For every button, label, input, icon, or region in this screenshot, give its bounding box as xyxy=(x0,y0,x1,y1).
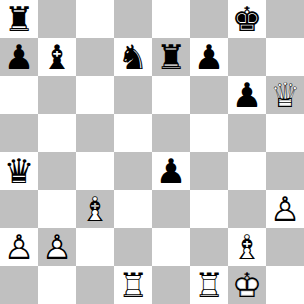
square-c1[interactable] xyxy=(76,266,114,304)
square-h1[interactable] xyxy=(266,266,304,304)
square-e8[interactable] xyxy=(152,0,190,38)
square-a1[interactable] xyxy=(0,266,38,304)
black-rook[interactable]: ♜ xyxy=(152,38,190,76)
square-d7[interactable]: ♞ xyxy=(114,38,152,76)
square-c6[interactable] xyxy=(76,76,114,114)
square-f5[interactable] xyxy=(190,114,228,152)
black-rook[interactable]: ♜ xyxy=(0,0,38,38)
black-pawn-glyph: ♟ xyxy=(190,38,228,76)
white-rook[interactable]: ♜♖ xyxy=(114,266,152,304)
black-king[interactable]: ♚ xyxy=(228,0,266,38)
black-pawn-glyph: ♟ xyxy=(152,152,190,190)
white-bishop-outline: ♗ xyxy=(76,190,114,228)
square-e4[interactable]: ♟ xyxy=(152,152,190,190)
square-f8[interactable] xyxy=(190,0,228,38)
black-pawn[interactable]: ♟ xyxy=(0,38,38,76)
white-rook-outline: ♖ xyxy=(190,266,228,304)
black-queen-glyph: ♛ xyxy=(0,152,38,190)
white-king-outline: ♔ xyxy=(228,266,266,304)
white-king[interactable]: ♚♔ xyxy=(228,266,266,304)
square-f6[interactable] xyxy=(190,76,228,114)
square-h5[interactable] xyxy=(266,114,304,152)
square-b7[interactable]: ♝ xyxy=(38,38,76,76)
black-pawn[interactable]: ♟ xyxy=(228,76,266,114)
square-c8[interactable] xyxy=(76,0,114,38)
square-g1[interactable]: ♚♔ xyxy=(228,266,266,304)
black-pawn[interactable]: ♟ xyxy=(152,152,190,190)
square-a2[interactable]: ♟♙ xyxy=(0,228,38,266)
square-b8[interactable] xyxy=(38,0,76,38)
square-f7[interactable]: ♟ xyxy=(190,38,228,76)
square-e1[interactable] xyxy=(152,266,190,304)
square-b5[interactable] xyxy=(38,114,76,152)
square-h4[interactable] xyxy=(266,152,304,190)
black-king-glyph: ♚ xyxy=(228,0,266,38)
black-knight[interactable]: ♞ xyxy=(114,38,152,76)
square-d3[interactable] xyxy=(114,190,152,228)
white-pawn-outline: ♙ xyxy=(266,190,304,228)
square-e2[interactable] xyxy=(152,228,190,266)
black-pawn-glyph: ♟ xyxy=(0,38,38,76)
square-h6[interactable]: ♛♕ xyxy=(266,76,304,114)
square-d5[interactable] xyxy=(114,114,152,152)
square-c4[interactable] xyxy=(76,152,114,190)
chess-board: ♜♚♟♝♞♜♟♟♛♕♛♟♝♗♟♙♟♙♟♙♝♗♜♖♜♖♚♔ xyxy=(0,0,304,304)
square-d8[interactable] xyxy=(114,0,152,38)
black-rook-glyph: ♜ xyxy=(0,0,38,38)
square-d4[interactable] xyxy=(114,152,152,190)
white-bishop[interactable]: ♝♗ xyxy=(76,190,114,228)
square-c5[interactable] xyxy=(76,114,114,152)
white-pawn[interactable]: ♟♙ xyxy=(266,190,304,228)
square-h7[interactable] xyxy=(266,38,304,76)
square-c3[interactable]: ♝♗ xyxy=(76,190,114,228)
black-pawn[interactable]: ♟ xyxy=(190,38,228,76)
square-c7[interactable] xyxy=(76,38,114,76)
square-b1[interactable] xyxy=(38,266,76,304)
black-pawn-glyph: ♟ xyxy=(228,76,266,114)
black-rook-glyph: ♜ xyxy=(152,38,190,76)
white-queen-outline: ♕ xyxy=(266,76,304,114)
white-pawn[interactable]: ♟♙ xyxy=(0,228,38,266)
white-pawn-outline: ♙ xyxy=(0,228,38,266)
black-bishop[interactable]: ♝ xyxy=(38,38,76,76)
square-e5[interactable] xyxy=(152,114,190,152)
square-g5[interactable] xyxy=(228,114,266,152)
white-pawn[interactable]: ♟♙ xyxy=(38,228,76,266)
white-bishop[interactable]: ♝♗ xyxy=(228,228,266,266)
square-c2[interactable] xyxy=(76,228,114,266)
square-g8[interactable]: ♚ xyxy=(228,0,266,38)
square-a5[interactable] xyxy=(0,114,38,152)
square-a4[interactable]: ♛ xyxy=(0,152,38,190)
square-b3[interactable] xyxy=(38,190,76,228)
white-rook[interactable]: ♜♖ xyxy=(190,266,228,304)
square-f2[interactable] xyxy=(190,228,228,266)
black-bishop-glyph: ♝ xyxy=(38,38,76,76)
square-a7[interactable]: ♟ xyxy=(0,38,38,76)
square-d1[interactable]: ♜♖ xyxy=(114,266,152,304)
square-b4[interactable] xyxy=(38,152,76,190)
black-knight-glyph: ♞ xyxy=(114,38,152,76)
square-a8[interactable]: ♜ xyxy=(0,0,38,38)
square-e7[interactable]: ♜ xyxy=(152,38,190,76)
white-rook-outline: ♖ xyxy=(114,266,152,304)
square-d6[interactable] xyxy=(114,76,152,114)
square-g7[interactable] xyxy=(228,38,266,76)
square-e3[interactable] xyxy=(152,190,190,228)
white-queen[interactable]: ♛♕ xyxy=(266,76,304,114)
square-g3[interactable] xyxy=(228,190,266,228)
square-b2[interactable]: ♟♙ xyxy=(38,228,76,266)
square-d2[interactable] xyxy=(114,228,152,266)
square-g4[interactable] xyxy=(228,152,266,190)
square-h2[interactable] xyxy=(266,228,304,266)
square-e6[interactable] xyxy=(152,76,190,114)
square-h3[interactable]: ♟♙ xyxy=(266,190,304,228)
square-g6[interactable]: ♟ xyxy=(228,76,266,114)
square-f3[interactable] xyxy=(190,190,228,228)
square-g2[interactable]: ♝♗ xyxy=(228,228,266,266)
square-h8[interactable] xyxy=(266,0,304,38)
square-a3[interactable] xyxy=(0,190,38,228)
square-f4[interactable] xyxy=(190,152,228,190)
white-bishop-outline: ♗ xyxy=(228,228,266,266)
square-b6[interactable] xyxy=(38,76,76,114)
white-pawn-outline: ♙ xyxy=(38,228,76,266)
square-f1[interactable]: ♜♖ xyxy=(190,266,228,304)
black-queen[interactable]: ♛ xyxy=(0,152,38,190)
square-a6[interactable] xyxy=(0,76,38,114)
